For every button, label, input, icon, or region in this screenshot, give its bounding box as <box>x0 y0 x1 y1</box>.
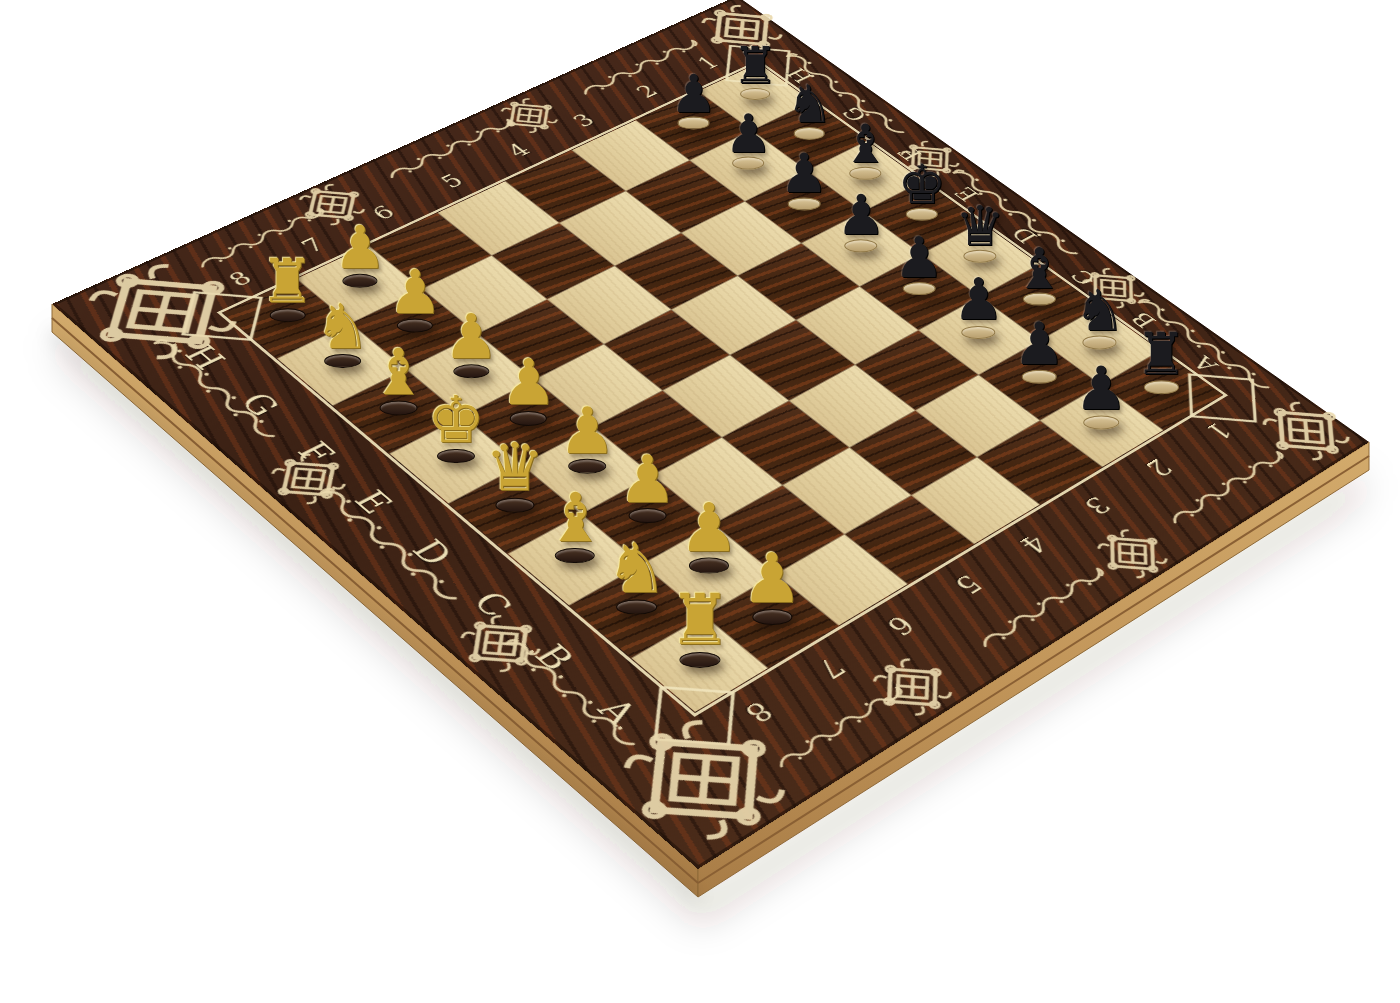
piece-wooden-base <box>342 274 377 288</box>
file-label: H <box>176 340 234 375</box>
piece-wooden-base <box>1144 380 1179 394</box>
black-rook-icon: ♜ <box>1135 327 1187 382</box>
file-label: A <box>589 692 647 731</box>
rank-label: 7 <box>809 652 852 684</box>
gold-pawn-icon: ♟ <box>333 220 386 276</box>
piece-wooden-base <box>495 498 534 513</box>
rank-label: 3 <box>1076 491 1116 519</box>
gold-bishop-icon: ♝ <box>545 486 605 550</box>
piece-wooden-base <box>437 449 475 464</box>
piece-gold-knight-g8[interactable]: ♞ <box>314 297 370 368</box>
rank-label: 4 <box>1012 529 1053 558</box>
piece-gold-pawn-h7[interactable]: ♟ <box>333 220 386 288</box>
piece-wooden-base <box>902 282 936 295</box>
piece-wooden-base <box>555 548 595 564</box>
piece-wooden-base <box>961 326 995 340</box>
black-pawn-icon: ♟ <box>1074 361 1128 418</box>
piece-wooden-base <box>845 240 878 253</box>
file-label: A <box>1187 352 1223 375</box>
piece-wooden-base <box>964 250 997 263</box>
piece-black-queen-d1[interactable]: ♛ <box>955 200 1004 263</box>
piece-black-pawn-g2[interactable]: ♟ <box>724 108 772 169</box>
rank-label: 3 <box>567 110 600 131</box>
piece-gold-rook-a8[interactable]: ♜ <box>668 587 731 668</box>
black-bishop-icon: ♝ <box>1014 241 1064 294</box>
file-label: C <box>464 585 522 623</box>
piece-black-knight-b1[interactable]: ♞ <box>1074 284 1125 350</box>
gold-pawn-icon: ♟ <box>741 546 802 611</box>
piece-black-king-e1[interactable]: ♚ <box>898 159 946 221</box>
black-pawn-icon: ♟ <box>780 148 829 199</box>
piece-gold-pawn-g7[interactable]: ♟ <box>388 263 442 333</box>
gold-pawn-icon: ♟ <box>388 263 442 320</box>
black-pawn-icon: ♟ <box>670 69 717 119</box>
gold-knight-icon: ♞ <box>314 297 370 356</box>
rank-label: 8 <box>736 695 779 727</box>
piece-gold-king-e8[interactable]: ♚ <box>427 389 485 463</box>
black-pawn-icon: ♟ <box>836 189 885 241</box>
black-knight-icon: ♞ <box>786 80 833 129</box>
piece-black-pawn-c2[interactable]: ♟ <box>953 273 1004 339</box>
piece-wooden-base <box>732 157 764 170</box>
piece-wooden-base <box>568 459 606 474</box>
piece-wooden-base <box>849 167 881 180</box>
black-queen-icon: ♛ <box>955 200 1004 252</box>
rank-label: 5 <box>947 569 989 599</box>
piece-black-pawn-d2[interactable]: ♟ <box>894 231 944 296</box>
piece-black-pawn-f2[interactable]: ♟ <box>780 148 829 210</box>
piece-black-pawn-a2[interactable]: ♟ <box>1074 361 1128 430</box>
rank-label: 2 <box>630 81 663 102</box>
file-label: D <box>403 534 461 572</box>
black-pawn-icon: ♟ <box>1013 317 1065 373</box>
file-label: G <box>231 387 288 422</box>
gold-pawn-icon: ♟ <box>500 353 556 413</box>
piece-gold-pawn-f7[interactable]: ♟ <box>444 308 499 379</box>
piece-black-rook-h1[interactable]: ♜ <box>732 41 778 100</box>
black-king-icon: ♚ <box>898 159 946 210</box>
piece-black-bishop-c1[interactable]: ♝ <box>1014 241 1064 305</box>
gold-queen-icon: ♛ <box>485 437 544 500</box>
piece-wooden-base <box>628 508 667 523</box>
piece-wooden-base <box>510 411 547 426</box>
piece-wooden-base <box>1022 292 1055 305</box>
gold-king-icon: ♚ <box>427 389 485 450</box>
file-label: F <box>289 436 344 470</box>
piece-wooden-base <box>740 88 771 100</box>
piece-wooden-base <box>678 117 709 130</box>
piece-wooden-base <box>689 558 729 573</box>
gold-knight-icon: ♞ <box>606 536 668 601</box>
gold-pawn-icon: ♟ <box>559 400 617 461</box>
piece-wooden-base <box>788 198 820 211</box>
piece-wooden-base <box>906 208 938 221</box>
piece-gold-knight-b8[interactable]: ♞ <box>606 536 668 615</box>
piece-gold-queen-d8[interactable]: ♛ <box>485 437 544 513</box>
piece-gold-pawn-e7[interactable]: ♟ <box>500 353 556 425</box>
piece-wooden-base <box>380 401 418 416</box>
black-pawn-icon: ♟ <box>953 273 1004 328</box>
piece-wooden-base <box>616 599 657 615</box>
piece-wooden-base <box>1022 370 1057 384</box>
piece-wooden-base <box>453 364 490 378</box>
piece-gold-pawn-a7[interactable]: ♟ <box>741 546 802 625</box>
piece-gold-bishop-f8[interactable]: ♝ <box>370 343 427 416</box>
rank-label: 2 <box>1138 454 1178 482</box>
piece-black-rook-a1[interactable]: ♜ <box>1135 327 1187 394</box>
piece-wooden-base <box>1083 416 1118 430</box>
piece-gold-pawn-d7[interactable]: ♟ <box>559 400 617 474</box>
piece-black-pawn-e2[interactable]: ♟ <box>836 189 885 252</box>
piece-gold-bishop-c8[interactable]: ♝ <box>545 486 605 564</box>
piece-gold-pawn-b7[interactable]: ♟ <box>679 496 739 573</box>
gold-bishop-icon: ♝ <box>370 343 427 403</box>
gold-pawn-icon: ♟ <box>679 496 739 560</box>
black-rook-icon: ♜ <box>732 41 778 89</box>
black-pawn-icon: ♟ <box>724 108 772 159</box>
piece-black-knight-g1[interactable]: ♞ <box>786 80 833 140</box>
piece-gold-rook-h8[interactable]: ♜ <box>260 252 315 322</box>
piece-black-bishop-f1[interactable]: ♝ <box>841 119 888 180</box>
black-pawn-icon: ♟ <box>894 231 944 284</box>
black-knight-icon: ♞ <box>1074 284 1125 338</box>
rank-label: 5 <box>435 170 469 192</box>
rank-label: 1 <box>1198 417 1237 444</box>
rank-label: 8 <box>223 267 258 291</box>
piece-wooden-base <box>1083 336 1117 349</box>
piece-black-pawn-b2[interactable]: ♟ <box>1013 317 1065 384</box>
piece-wooden-base <box>752 609 792 625</box>
black-bishop-icon: ♝ <box>841 119 888 169</box>
rank-label: 6 <box>879 610 921 641</box>
chess-set-photo: HHGGFFEEDDCCBBAA1122334455667788 ♜♞♝♛♚♝♞… <box>0 0 1400 1003</box>
piece-black-pawn-h2[interactable]: ♟ <box>670 69 717 129</box>
piece-wooden-base <box>324 354 361 368</box>
piece-wooden-base <box>679 652 720 668</box>
piece-wooden-base <box>794 127 825 139</box>
piece-gold-pawn-c7[interactable]: ♟ <box>618 448 677 523</box>
rank-label: 4 <box>502 139 536 161</box>
gold-rook-icon: ♜ <box>668 587 731 654</box>
file-label: B <box>526 638 584 677</box>
gold-pawn-icon: ♟ <box>444 308 499 367</box>
piece-wooden-base <box>269 308 305 322</box>
file-label: E <box>345 484 401 519</box>
gold-pawn-icon: ♟ <box>618 448 677 510</box>
piece-wooden-base <box>397 319 433 333</box>
gold-rook-icon: ♜ <box>260 252 315 310</box>
